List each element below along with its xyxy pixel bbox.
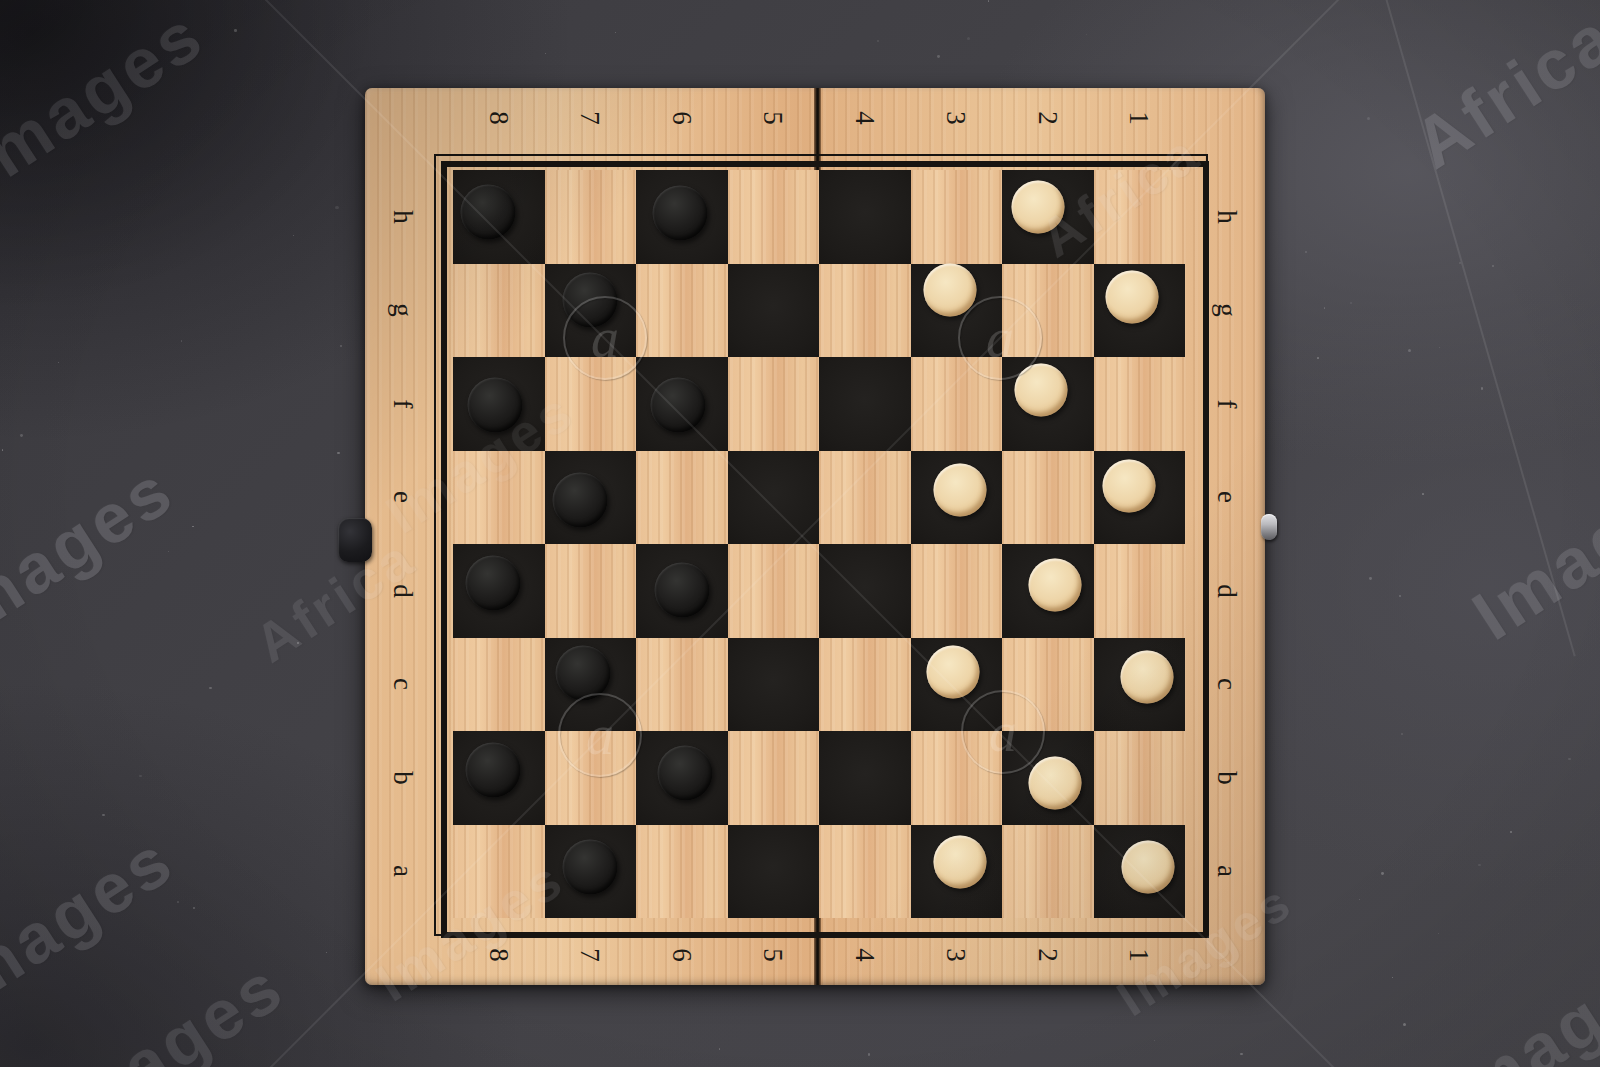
speck bbox=[1392, 977, 1393, 978]
coord-left-h: h bbox=[383, 197, 423, 237]
square-b5[interactable] bbox=[728, 731, 820, 825]
square-e7[interactable] bbox=[545, 451, 637, 545]
piece-black-b6[interactable] bbox=[657, 745, 712, 800]
speck bbox=[20, 434, 23, 437]
speck bbox=[1240, 1053, 1242, 1055]
speck bbox=[139, 775, 142, 778]
piece-white-d2[interactable] bbox=[1028, 558, 1081, 611]
speck bbox=[1086, 34, 1087, 35]
square-g6[interactable] bbox=[636, 264, 728, 358]
coord-top-3: 3 bbox=[936, 98, 976, 138]
square-f5[interactable] bbox=[728, 357, 820, 451]
coord-right-f: f bbox=[1207, 384, 1247, 424]
speck bbox=[1399, 595, 1400, 596]
square-b6[interactable] bbox=[636, 731, 728, 825]
coord-bottom-7: 7 bbox=[570, 935, 610, 975]
square-d3[interactable] bbox=[911, 544, 1003, 638]
square-b8[interactable] bbox=[453, 731, 545, 825]
coord-bottom-5: 5 bbox=[753, 935, 793, 975]
square-d5[interactable] bbox=[728, 544, 820, 638]
square-e4[interactable] bbox=[819, 451, 911, 545]
speck bbox=[1317, 357, 1319, 359]
square-h8[interactable] bbox=[453, 170, 545, 264]
square-b1[interactable] bbox=[1094, 731, 1186, 825]
square-a3[interactable] bbox=[911, 825, 1003, 919]
speck bbox=[192, 526, 193, 527]
piece-black-e7[interactable] bbox=[553, 473, 608, 528]
coord-top-1: 1 bbox=[1119, 98, 1159, 138]
coord-right-a: a bbox=[1207, 851, 1247, 891]
square-f6[interactable] bbox=[636, 357, 728, 451]
speck bbox=[1359, 899, 1360, 900]
coord-right-g: g bbox=[1207, 290, 1247, 330]
square-e3[interactable] bbox=[911, 451, 1003, 545]
piece-white-a1[interactable] bbox=[1122, 841, 1175, 894]
piece-black-a7[interactable] bbox=[563, 840, 618, 895]
square-d8[interactable] bbox=[453, 544, 545, 638]
speck bbox=[1422, 493, 1424, 495]
watermark-logo-3: a bbox=[961, 690, 1045, 774]
coord-bottom-3: 3 bbox=[936, 935, 976, 975]
coord-top-6: 6 bbox=[662, 98, 702, 138]
coord-top-4: 4 bbox=[845, 98, 885, 138]
latch-pin bbox=[1261, 514, 1277, 540]
piece-black-h6[interactable] bbox=[652, 185, 707, 240]
speck bbox=[1568, 758, 1570, 760]
square-c8[interactable] bbox=[453, 638, 545, 732]
speck bbox=[337, 452, 340, 455]
piece-black-b8[interactable] bbox=[465, 742, 520, 797]
coord-right-d: d bbox=[1207, 571, 1247, 611]
coord-left-c: c bbox=[383, 664, 423, 704]
coord-top-2: 2 bbox=[1028, 98, 1068, 138]
coord-right-e: e bbox=[1207, 477, 1247, 517]
speck bbox=[868, 1053, 870, 1055]
square-a5[interactable] bbox=[728, 825, 820, 919]
piece-white-c1[interactable] bbox=[1121, 651, 1174, 704]
coord-right-h: h bbox=[1207, 197, 1247, 237]
piece-black-f6[interactable] bbox=[650, 377, 705, 432]
watermark-logo-2: a bbox=[558, 693, 642, 777]
piece-white-b2[interactable] bbox=[1028, 756, 1081, 809]
square-h3[interactable] bbox=[911, 170, 1003, 264]
square-e2[interactable] bbox=[1002, 451, 1094, 545]
coord-bottom-4: 4 bbox=[845, 935, 885, 975]
square-b4[interactable] bbox=[819, 731, 911, 825]
square-d2[interactable] bbox=[1002, 544, 1094, 638]
square-f1[interactable] bbox=[1094, 357, 1186, 451]
coord-left-a: a bbox=[383, 851, 423, 891]
square-h6[interactable] bbox=[636, 170, 728, 264]
speck bbox=[2, 449, 3, 450]
square-h4[interactable] bbox=[819, 170, 911, 264]
square-h5[interactable] bbox=[728, 170, 820, 264]
square-c5[interactable] bbox=[728, 638, 820, 732]
coord-left-b: b bbox=[383, 758, 423, 798]
square-a2[interactable] bbox=[1002, 825, 1094, 919]
piece-black-h8[interactable] bbox=[460, 184, 515, 239]
piece-black-d6[interactable] bbox=[654, 562, 709, 617]
speck bbox=[234, 29, 237, 32]
square-d1[interactable] bbox=[1094, 544, 1186, 638]
piece-white-e1[interactable] bbox=[1103, 460, 1156, 513]
watermark-logo-1: a bbox=[958, 296, 1042, 380]
square-c6[interactable] bbox=[636, 638, 728, 732]
coord-bottom-6: 6 bbox=[662, 935, 702, 975]
playing-grid bbox=[453, 170, 1185, 918]
watermark-logo-0: a bbox=[563, 296, 647, 380]
coord-top-8: 8 bbox=[479, 98, 519, 138]
square-a6[interactable] bbox=[636, 825, 728, 919]
coord-top-5: 5 bbox=[753, 98, 793, 138]
speck bbox=[1369, 577, 1372, 580]
piece-black-d8[interactable] bbox=[465, 555, 520, 610]
square-h7[interactable] bbox=[545, 170, 637, 264]
square-g4[interactable] bbox=[819, 264, 911, 358]
coord-left-g: g bbox=[383, 290, 423, 330]
square-d7[interactable] bbox=[545, 544, 637, 638]
speck bbox=[937, 55, 940, 58]
speck bbox=[1367, 117, 1370, 120]
square-c1[interactable] bbox=[1094, 638, 1186, 732]
coord-top-7: 7 bbox=[570, 98, 610, 138]
square-c4[interactable] bbox=[819, 638, 911, 732]
speck bbox=[1439, 347, 1440, 348]
square-g5[interactable] bbox=[728, 264, 820, 358]
square-f4[interactable] bbox=[819, 357, 911, 451]
square-a4[interactable] bbox=[819, 825, 911, 919]
coord-bottom-2: 2 bbox=[1028, 935, 1068, 975]
coord-right-b: b bbox=[1207, 758, 1247, 798]
speck bbox=[1408, 349, 1411, 352]
square-e6[interactable] bbox=[636, 451, 728, 545]
coord-right-c: c bbox=[1207, 664, 1247, 704]
piece-white-c3[interactable] bbox=[927, 646, 980, 699]
piece-white-a3[interactable] bbox=[934, 836, 987, 889]
square-d4[interactable] bbox=[819, 544, 911, 638]
square-g1[interactable] bbox=[1094, 264, 1186, 358]
piece-white-g1[interactable] bbox=[1106, 271, 1159, 324]
square-g8[interactable] bbox=[453, 264, 545, 358]
piece-white-e3[interactable] bbox=[934, 464, 987, 517]
speck bbox=[1350, 302, 1352, 304]
photo-stage: 8877665544332211hhggffeeddccbbaa aaaa Im… bbox=[0, 0, 1600, 1067]
coord-left-f: f bbox=[383, 384, 423, 424]
square-e1[interactable] bbox=[1094, 451, 1186, 545]
